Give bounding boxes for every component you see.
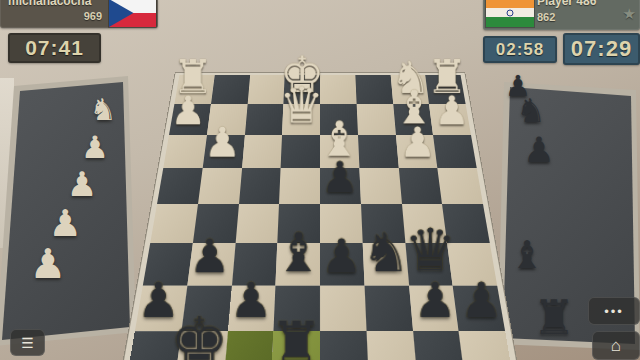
player-name-left: michanacocha xyxy=(8,0,91,8)
square-h3[interactable] xyxy=(163,135,207,168)
square-e2[interactable]: ♛ xyxy=(282,104,320,135)
square-g1[interactable] xyxy=(211,75,250,104)
square-e4[interactable] xyxy=(279,168,320,204)
black-king-g8[interactable]: ♚ xyxy=(170,309,229,360)
square-g6[interactable]: ♟ xyxy=(187,243,235,285)
square-e3[interactable] xyxy=(281,135,320,168)
square-d7[interactable] xyxy=(320,285,366,331)
black-bishop-e6[interactable]: ♝ xyxy=(274,225,322,279)
square-c8[interactable] xyxy=(366,331,417,360)
clock-right: 07:29 xyxy=(563,33,640,65)
menu-button[interactable]: ☰ xyxy=(10,329,45,356)
black-pawn-a7[interactable]: ♟ xyxy=(459,277,503,326)
square-f2[interactable] xyxy=(245,104,284,135)
square-c1[interactable] xyxy=(355,75,393,104)
square-c7[interactable] xyxy=(364,285,412,331)
black-knight-c6[interactable]: ♞ xyxy=(362,225,410,279)
square-e8[interactable]: ♜ xyxy=(272,331,320,360)
square-d1[interactable] xyxy=(320,75,356,104)
square-d6[interactable]: ♟ xyxy=(320,243,364,285)
square-b7[interactable]: ♟ xyxy=(409,285,459,331)
square-g8[interactable]: ♚ xyxy=(175,331,228,360)
more-icon: ••• xyxy=(604,304,624,319)
white-pawn-h2[interactable]: ♟ xyxy=(171,91,207,131)
move-timer: 02:58 xyxy=(483,36,557,63)
square-b3[interactable]: ♟ xyxy=(395,135,437,168)
square-f5[interactable] xyxy=(235,204,279,243)
black-pawn-f7[interactable]: ♟ xyxy=(229,277,273,326)
more-options-button[interactable]: ••• xyxy=(588,297,640,325)
black-pawn-d4[interactable]: ♟ xyxy=(321,156,359,199)
square-b4[interactable] xyxy=(398,168,442,204)
square-f3[interactable] xyxy=(242,135,283,168)
clock-left: 07:41 xyxy=(8,33,101,63)
square-b8[interactable] xyxy=(413,331,466,360)
player-plate-left: michanacocha 969 xyxy=(0,0,158,28)
czech-flag-icon xyxy=(109,0,156,27)
white-pawn-g3[interactable]: ♟ xyxy=(204,122,241,163)
square-a7[interactable]: ♟ xyxy=(453,285,505,331)
square-c4[interactable] xyxy=(359,168,401,204)
square-d4[interactable]: ♟ xyxy=(320,168,361,204)
black-rook-e8[interactable]: ♜ xyxy=(268,314,323,360)
game-screen: ♞♟♟♟♟♟♞♟♝♜ ♜♚♞♜♟♛♝♟♟♝♟♟♟♝♟♞♛♟♟♟♟♚♜ micha… xyxy=(0,0,640,360)
player-rating-right: 862 xyxy=(537,11,555,23)
india-flag-icon xyxy=(486,0,534,27)
square-d8[interactable] xyxy=(320,331,368,360)
square-h4[interactable] xyxy=(157,168,202,204)
square-c2[interactable] xyxy=(356,104,395,135)
square-f8[interactable] xyxy=(223,331,274,360)
square-a8[interactable] xyxy=(459,331,514,360)
home-button[interactable]: ⌂ xyxy=(592,331,640,360)
chess-board[interactable]: ♜♚♞♜♟♛♝♟♟♝♟♟♟♝♟♞♛♟♟♟♟♚♜ xyxy=(119,73,520,360)
star-icon: ★ xyxy=(623,5,636,23)
player-plate-right: Player 486 862 ★ xyxy=(483,0,640,30)
black-pawn-g6[interactable]: ♟ xyxy=(189,233,231,279)
square-c6[interactable]: ♞ xyxy=(362,243,408,285)
home-icon: ⌂ xyxy=(611,336,621,356)
white-pawn-a2[interactable]: ♟ xyxy=(434,91,470,131)
square-a4[interactable] xyxy=(438,168,483,204)
square-c3[interactable] xyxy=(358,135,399,168)
black-pawn-d6[interactable]: ♟ xyxy=(321,233,363,279)
player-name-right: Player 486 xyxy=(537,0,596,8)
square-e6[interactable]: ♝ xyxy=(276,243,320,285)
black-queen-b6[interactable]: ♛ xyxy=(404,221,456,279)
menu-icon: ☰ xyxy=(21,335,34,351)
player-rating-left: 969 xyxy=(84,10,102,22)
white-pawn-b3[interactable]: ♟ xyxy=(399,122,436,163)
black-pawn-b7[interactable]: ♟ xyxy=(413,277,457,326)
square-f4[interactable] xyxy=(239,168,281,204)
square-g3[interactable]: ♟ xyxy=(202,135,244,168)
square-a3[interactable] xyxy=(433,135,477,168)
square-g4[interactable] xyxy=(198,168,242,204)
